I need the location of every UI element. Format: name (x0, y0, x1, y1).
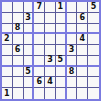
cell-r8c7[interactable] (67, 77, 78, 88)
cell-r8c1[interactable] (2, 77, 13, 88)
cell-r1c8[interactable] (77, 2, 88, 13)
cell-r7c9[interactable] (88, 67, 99, 78)
cell-r9c1[interactable]: 1 (2, 88, 13, 99)
cell-r6c6[interactable]: 5 (56, 56, 67, 67)
cell-r4c4[interactable] (34, 34, 45, 45)
cell-r9c7[interactable] (67, 88, 78, 99)
cell-r2c6[interactable] (56, 13, 67, 24)
cell-r5c3[interactable] (24, 45, 35, 56)
cell-r3c8[interactable] (77, 24, 88, 35)
cell-r1c9[interactable]: 5 (88, 2, 99, 13)
cell-r4c5[interactable] (45, 34, 56, 45)
cell-r1c7[interactable] (67, 2, 78, 13)
cell-r2c4[interactable] (34, 13, 45, 24)
cell-r6c4[interactable] (34, 56, 45, 67)
cell-r1c2[interactable] (13, 2, 24, 13)
cell-r7c1[interactable] (2, 67, 13, 78)
cell-r2c8[interactable]: 6 (77, 13, 88, 24)
cell-r5c6[interactable] (56, 45, 67, 56)
cell-r4c1[interactable]: 2 (2, 34, 13, 45)
cell-r4c3[interactable] (24, 34, 35, 45)
cell-r6c1[interactable] (2, 56, 13, 67)
cell-r3c7[interactable] (67, 24, 78, 35)
cell-r3c9[interactable] (88, 24, 99, 35)
cell-r8c2[interactable] (13, 77, 24, 88)
cell-r7c6[interactable] (56, 67, 67, 78)
cell-r8c3[interactable] (24, 77, 35, 88)
cell-r7c2[interactable] (13, 67, 24, 78)
cell-r8c6[interactable] (56, 77, 67, 88)
cell-r3c4[interactable] (34, 24, 45, 35)
cell-r5c1[interactable] (2, 45, 13, 56)
cell-r7c7[interactable]: 8 (67, 67, 78, 78)
cell-r5c4[interactable] (34, 45, 45, 56)
cell-r9c6[interactable] (56, 88, 67, 99)
cell-r8c5[interactable]: 4 (45, 77, 56, 88)
cell-r5c5[interactable] (45, 45, 56, 56)
cell-r5c8[interactable] (77, 45, 88, 56)
cell-r2c3[interactable]: 3 (24, 13, 35, 24)
cell-r1c6[interactable]: 1 (56, 2, 67, 13)
cell-r2c5[interactable] (45, 13, 56, 24)
cell-r5c2[interactable]: 6 (13, 45, 24, 56)
cell-r4c7[interactable] (67, 34, 78, 45)
cell-r1c1[interactable] (2, 2, 13, 13)
cell-r7c3[interactable]: 5 (24, 67, 35, 78)
cell-r4c8[interactable]: 4 (77, 34, 88, 45)
cell-r2c9[interactable] (88, 13, 99, 24)
cell-r6c7[interactable] (67, 56, 78, 67)
cell-r5c9[interactable] (88, 45, 99, 56)
cell-r6c3[interactable] (24, 56, 35, 67)
cell-r8c9[interactable] (88, 77, 99, 88)
cell-r6c2[interactable] (13, 56, 24, 67)
cell-r7c4[interactable] (34, 67, 45, 78)
cell-r9c5[interactable] (45, 88, 56, 99)
cell-r3c2[interactable]: 8 (13, 24, 24, 35)
cell-r6c9[interactable] (88, 56, 99, 67)
cell-r8c8[interactable] (77, 77, 88, 88)
cell-r9c3[interactable] (24, 88, 35, 99)
cell-r4c2[interactable] (13, 34, 24, 45)
cell-r2c7[interactable] (67, 13, 78, 24)
cell-r6c5[interactable]: 3 (45, 56, 56, 67)
cell-r2c1[interactable] (2, 13, 13, 24)
cell-r8c4[interactable]: 6 (34, 77, 45, 88)
cell-r1c5[interactable] (45, 2, 56, 13)
cell-r3c1[interactable] (2, 24, 13, 35)
cell-r9c8[interactable] (77, 88, 88, 99)
cell-r6c8[interactable] (77, 56, 88, 67)
cell-r4c6[interactable] (56, 34, 67, 45)
cell-r4c9[interactable] (88, 34, 99, 45)
cell-r1c4[interactable]: 7 (34, 2, 45, 13)
sudoku-board: 71536824633558641 (0, 0, 101, 101)
cell-r7c8[interactable] (77, 67, 88, 78)
cell-r3c3[interactable] (24, 24, 35, 35)
cell-r5c7[interactable]: 3 (67, 45, 78, 56)
cell-r3c6[interactable] (56, 24, 67, 35)
cell-r3c5[interactable] (45, 24, 56, 35)
cell-r2c2[interactable] (13, 13, 24, 24)
cell-r9c4[interactable] (34, 88, 45, 99)
cell-r9c9[interactable] (88, 88, 99, 99)
cell-r7c5[interactable] (45, 67, 56, 78)
cell-r9c2[interactable] (13, 88, 24, 99)
cell-r1c3[interactable] (24, 2, 35, 13)
